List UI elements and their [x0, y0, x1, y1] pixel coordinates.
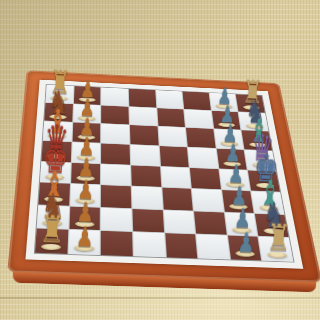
square — [101, 88, 128, 107]
square — [183, 92, 211, 110]
square — [162, 188, 193, 211]
square — [101, 106, 128, 125]
square — [101, 208, 132, 232]
square — [192, 189, 224, 212]
piece-white-pawn: ♟ — [75, 223, 94, 251]
square — [101, 186, 131, 209]
square — [186, 128, 215, 148]
square — [129, 107, 157, 126]
square — [157, 108, 185, 127]
square — [132, 187, 163, 210]
chess-set-photo: ♜♟♟♜♞♟♟♞♝♟♟♝♛♟♟♛♚♟♟♚♝♟♟♝♞♟♟♞♜♟♟♜ — [0, 0, 320, 320]
square — [101, 164, 130, 186]
square — [130, 145, 159, 166]
square — [165, 234, 198, 259]
board-grid: ♜♟♟♜♞♟♟♞♝♟♟♝♛♟♟♛♚♟♟♚♝♟♟♝♞♟♟♞♜♟♟♜ — [35, 85, 293, 262]
piece-white-rook: ♜ — [39, 211, 66, 250]
square — [196, 235, 229, 260]
square — [130, 126, 158, 146]
square — [163, 210, 195, 234]
square: ♜ — [35, 229, 68, 254]
inner-white-border: ♜♟♟♜♞♟♟♞♝♟♟♝♛♟♟♛♚♟♟♚♝♟♟♝♞♟♟♞♜♟♟♜ — [25, 80, 303, 269]
piece-black-rook: ♜ — [265, 220, 291, 258]
square — [161, 167, 191, 189]
square: ♟ — [68, 230, 100, 255]
square — [101, 124, 129, 144]
square — [194, 212, 226, 236]
perspective-scene: ♜♟♟♜♞♟♟♞♝♟♟♝♛♟♟♛♚♟♟♚♝♟♟♝♞♟♟♞♜♟♟♜ — [0, 0, 320, 320]
square — [132, 209, 163, 233]
piece-black-pawn: ♟ — [237, 229, 256, 256]
square — [131, 165, 161, 187]
square — [156, 91, 184, 109]
square — [129, 89, 156, 108]
wooden-frame-near-edge — [13, 272, 317, 293]
square — [133, 233, 165, 258]
square: ♜ — [259, 237, 293, 262]
square — [158, 127, 187, 147]
square — [188, 148, 218, 169]
square — [101, 232, 133, 257]
square — [184, 110, 213, 129]
square — [190, 168, 221, 190]
square: ♟ — [228, 236, 262, 261]
square — [159, 146, 189, 167]
square — [101, 144, 130, 165]
wooden-chess-board: ♜♟♟♜♞♟♟♞♝♟♟♝♛♟♟♛♚♟♟♚♝♟♟♝♞♟♟♞♜♟♟♜ — [7, 71, 320, 283]
